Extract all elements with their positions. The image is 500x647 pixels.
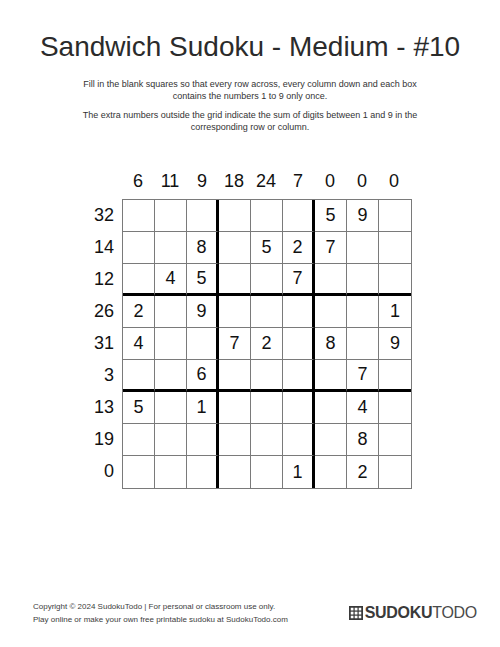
cell-r9c2	[155, 456, 187, 488]
col-clue-8: 0	[346, 169, 378, 199]
cell-r7c3: 1	[187, 392, 219, 424]
cell-r8c4	[219, 424, 251, 456]
cell-r8c8: 8	[347, 424, 379, 456]
cell-r1c1	[123, 200, 155, 232]
instructions: Fill in the blank squares so that every …	[0, 78, 500, 133]
instructions-line-2: The extra numbers outside the grid indic…	[64, 109, 436, 133]
cell-r9c3	[187, 456, 219, 488]
col-clue-4: 18	[218, 169, 250, 199]
cell-r6c3: 6	[187, 360, 219, 392]
cell-r7c4	[219, 392, 251, 424]
cell-r7c1: 5	[123, 392, 155, 424]
cell-r1c6	[283, 200, 315, 232]
cell-r4c2	[155, 296, 187, 328]
cell-r7c6	[283, 392, 315, 424]
cell-r2c8	[347, 232, 379, 264]
sudokutodo-logo: SUDOKUTODO	[349, 604, 477, 622]
cell-r3c2: 4	[155, 264, 187, 296]
row-clue-8: 19	[88, 423, 122, 455]
row-clue-2: 14	[88, 231, 122, 263]
cell-r6c1	[123, 360, 155, 392]
cell-r4c4	[219, 296, 251, 328]
cell-r8c9	[379, 424, 411, 456]
cell-r8c2	[155, 424, 187, 456]
cell-r2c5: 5	[251, 232, 283, 264]
logo-text-sudoku: SUDOKU	[365, 604, 433, 621]
col-clue-9: 0	[378, 169, 410, 199]
cell-r9c6: 1	[283, 456, 315, 488]
cell-r8c5	[251, 424, 283, 456]
cell-r9c4	[219, 456, 251, 488]
cell-r4c9: 1	[379, 296, 411, 328]
cell-r7c8: 4	[347, 392, 379, 424]
cell-r1c2	[155, 200, 187, 232]
cell-r5c1: 4	[123, 328, 155, 360]
cell-r5c5: 2	[251, 328, 283, 360]
cell-r6c2	[155, 360, 187, 392]
row-clue-9: 0	[88, 455, 122, 487]
cell-r1c4	[219, 200, 251, 232]
cell-r4c1: 2	[123, 296, 155, 328]
sudoku-grid: 5985274572914728967514812	[122, 199, 412, 489]
col-clues: 611918247000	[122, 169, 412, 199]
cell-r8c1	[123, 424, 155, 456]
cell-r1c9	[379, 200, 411, 232]
cell-r5c7: 8	[315, 328, 347, 360]
cell-r2c4	[219, 232, 251, 264]
footer-line-1: Copyright © 2024 SudokuTodo | For person…	[33, 600, 288, 613]
cell-r9c5	[251, 456, 283, 488]
cell-r6c6	[283, 360, 315, 392]
cell-r5c4: 7	[219, 328, 251, 360]
cell-r5c3	[187, 328, 219, 360]
page-title: Sandwich Sudoku - Medium - #10	[0, 30, 500, 64]
cell-r9c1	[123, 456, 155, 488]
cell-r9c7	[315, 456, 347, 488]
grid-icon	[349, 606, 363, 620]
cell-r4c7	[315, 296, 347, 328]
cell-r3c3: 5	[187, 264, 219, 296]
cell-r8c7	[315, 424, 347, 456]
row-clue-5: 31	[88, 327, 122, 359]
cell-r5c2	[155, 328, 187, 360]
cell-r8c3	[187, 424, 219, 456]
instructions-line-1: Fill in the blank squares so that every …	[78, 78, 423, 102]
col-clue-6: 7	[282, 169, 314, 199]
cell-r8c6	[283, 424, 315, 456]
cell-r7c5	[251, 392, 283, 424]
cell-r1c3	[187, 200, 219, 232]
cell-r5c8	[347, 328, 379, 360]
cell-r7c2	[155, 392, 187, 424]
cell-r9c9	[379, 456, 411, 488]
cell-r2c6: 2	[283, 232, 315, 264]
cell-r7c9	[379, 392, 411, 424]
cell-r3c8	[347, 264, 379, 296]
cell-r6c9	[379, 360, 411, 392]
cell-r5c9: 9	[379, 328, 411, 360]
board-corner-spacer	[88, 169, 122, 199]
cell-r1c8: 9	[347, 200, 379, 232]
col-clue-2: 11	[154, 169, 186, 199]
cell-r4c3: 9	[187, 296, 219, 328]
cell-r7c7	[315, 392, 347, 424]
cell-r1c5	[251, 200, 283, 232]
cell-r4c6	[283, 296, 315, 328]
col-clue-7: 0	[314, 169, 346, 199]
col-clue-3: 9	[186, 169, 218, 199]
cell-r1c7: 5	[315, 200, 347, 232]
footer: Copyright © 2024 SudokuTodo | For person…	[0, 596, 500, 630]
cell-r6c8: 7	[347, 360, 379, 392]
footer-line-2: Play online or make your own free printa…	[33, 613, 288, 626]
row-clues: 3214122631313190	[88, 199, 122, 489]
row-clue-1: 32	[88, 199, 122, 231]
cell-r4c8	[347, 296, 379, 328]
cell-r2c2	[155, 232, 187, 264]
logo-text-todo: TODO	[432, 604, 477, 621]
cell-r3c9	[379, 264, 411, 296]
cell-r3c6: 7	[283, 264, 315, 296]
col-clue-5: 24	[250, 169, 282, 199]
cell-r3c7	[315, 264, 347, 296]
row-clue-4: 26	[88, 295, 122, 327]
cell-r6c5	[251, 360, 283, 392]
row-clue-6: 3	[88, 359, 122, 391]
cell-r2c7: 7	[315, 232, 347, 264]
footer-copyright: Copyright © 2024 SudokuTodo | For person…	[33, 600, 288, 626]
cell-r2c1	[123, 232, 155, 264]
cell-r6c4	[219, 360, 251, 392]
cell-r2c9	[379, 232, 411, 264]
cell-r3c1	[123, 264, 155, 296]
cell-r2c3: 8	[187, 232, 219, 264]
cell-r5c6	[283, 328, 315, 360]
cell-r6c7	[315, 360, 347, 392]
col-clue-1: 6	[122, 169, 154, 199]
cell-r3c5	[251, 264, 283, 296]
cell-r9c8: 2	[347, 456, 379, 488]
board: 611918247000 3214122631313190 5985274572…	[88, 169, 500, 489]
row-clue-3: 12	[88, 263, 122, 295]
row-clue-7: 13	[88, 391, 122, 423]
cell-r4c5	[251, 296, 283, 328]
cell-r3c4	[219, 264, 251, 296]
